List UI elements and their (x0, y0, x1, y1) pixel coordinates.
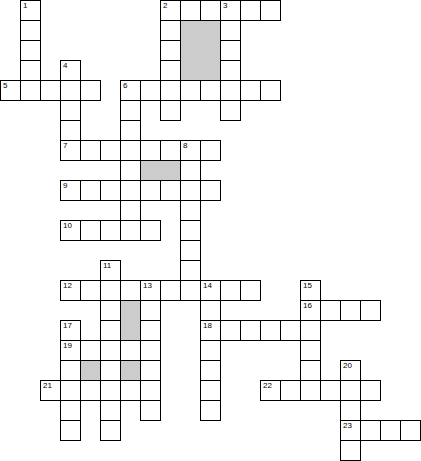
cell[interactable] (60, 340, 81, 361)
cell[interactable] (140, 380, 161, 401)
cell[interactable] (100, 140, 121, 161)
cell[interactable] (120, 380, 141, 401)
cell[interactable] (260, 320, 281, 341)
cell[interactable] (120, 160, 141, 181)
cell[interactable] (160, 40, 181, 61)
cell[interactable] (220, 0, 241, 21)
cell[interactable] (280, 320, 301, 341)
cell[interactable] (60, 400, 81, 421)
cell[interactable] (200, 380, 221, 401)
cell[interactable] (340, 420, 361, 441)
cell[interactable] (100, 180, 121, 201)
cell[interactable] (260, 0, 281, 21)
cell[interactable] (260, 80, 281, 101)
cell[interactable] (100, 320, 121, 341)
cell[interactable] (60, 380, 81, 401)
cell[interactable] (340, 380, 361, 401)
cell[interactable] (60, 80, 81, 101)
cell[interactable] (140, 400, 161, 421)
cell[interactable] (220, 80, 241, 101)
cell[interactable] (120, 200, 141, 221)
cell[interactable] (240, 80, 261, 101)
cell[interactable] (80, 140, 101, 161)
cell[interactable] (200, 140, 221, 161)
cell[interactable] (120, 180, 141, 201)
cell[interactable] (180, 280, 201, 301)
cell[interactable] (80, 340, 101, 361)
cell[interactable] (180, 200, 201, 221)
cell[interactable] (60, 420, 81, 441)
cell[interactable] (140, 180, 161, 201)
cell[interactable] (60, 60, 81, 81)
cell[interactable] (220, 60, 241, 81)
cell[interactable] (160, 20, 181, 41)
cell[interactable] (100, 400, 121, 421)
cell[interactable] (60, 180, 81, 201)
cell[interactable] (60, 280, 81, 301)
shaded-cell (120, 300, 141, 341)
cell[interactable] (180, 180, 201, 201)
cell[interactable] (100, 280, 121, 301)
cell[interactable] (140, 340, 161, 361)
cell[interactable] (400, 420, 421, 441)
cell[interactable] (320, 380, 341, 401)
cell[interactable] (140, 280, 161, 301)
cell[interactable] (220, 320, 241, 341)
cell[interactable] (300, 380, 321, 401)
cell[interactable] (200, 400, 221, 421)
cell[interactable] (160, 100, 181, 121)
cell[interactable] (360, 300, 381, 321)
cell[interactable] (100, 420, 121, 441)
cell[interactable] (160, 280, 181, 301)
cell[interactable] (160, 80, 181, 101)
cell[interactable] (60, 120, 81, 141)
cell[interactable] (320, 300, 341, 321)
cell[interactable] (60, 140, 81, 161)
cell[interactable] (200, 80, 221, 101)
cell[interactable] (380, 420, 401, 441)
cell[interactable] (220, 100, 241, 121)
cell[interactable] (180, 0, 201, 21)
cell[interactable] (200, 280, 221, 301)
shaded-cell (80, 360, 101, 381)
cell[interactable] (160, 140, 181, 161)
cell[interactable] (60, 360, 81, 381)
cell[interactable] (60, 320, 81, 341)
cell[interactable] (120, 280, 141, 301)
cell[interactable] (20, 60, 41, 81)
cell[interactable] (20, 80, 41, 101)
cell[interactable] (20, 20, 41, 41)
cell[interactable] (300, 280, 321, 301)
cell[interactable] (80, 280, 101, 301)
cell[interactable] (220, 20, 241, 41)
cell[interactable] (300, 360, 321, 381)
cell[interactable] (120, 100, 141, 121)
cell[interactable] (40, 80, 61, 101)
shaded-cell (180, 20, 221, 81)
cell[interactable] (340, 440, 361, 461)
cell[interactable] (140, 220, 161, 241)
cell[interactable] (100, 360, 121, 381)
cell[interactable] (360, 380, 381, 401)
cell[interactable] (180, 80, 201, 101)
cell[interactable] (160, 60, 181, 81)
cell[interactable] (200, 320, 221, 341)
cell[interactable] (360, 420, 381, 441)
cell[interactable] (160, 180, 181, 201)
cell[interactable] (180, 240, 201, 261)
cell[interactable] (140, 80, 161, 101)
cell[interactable] (220, 40, 241, 61)
cell[interactable] (80, 220, 101, 241)
cell[interactable] (220, 280, 241, 301)
cell[interactable] (180, 260, 201, 281)
cell[interactable] (20, 0, 41, 21)
cell[interactable] (340, 300, 361, 321)
cell[interactable] (300, 300, 321, 321)
cell[interactable] (140, 300, 161, 321)
cell[interactable] (100, 340, 121, 361)
shaded-cell (140, 160, 181, 181)
cell[interactable] (20, 40, 41, 61)
cell[interactable] (0, 80, 21, 101)
cell[interactable] (340, 360, 361, 381)
cell[interactable] (80, 80, 101, 101)
cell[interactable] (100, 220, 121, 241)
cell[interactable] (200, 180, 221, 201)
cell[interactable] (40, 380, 61, 401)
cell[interactable] (240, 0, 261, 21)
cell[interactable] (120, 340, 141, 361)
cell[interactable] (100, 380, 121, 401)
cell[interactable] (100, 300, 121, 321)
cell[interactable] (120, 140, 141, 161)
cell[interactable] (140, 320, 161, 341)
cell[interactable] (120, 120, 141, 141)
cell[interactable] (280, 380, 301, 401)
cell[interactable] (180, 220, 201, 241)
cell[interactable] (120, 220, 141, 241)
cell[interactable] (180, 160, 201, 181)
cell[interactable] (120, 80, 141, 101)
cell[interactable] (80, 180, 101, 201)
cell[interactable] (300, 320, 321, 341)
cell[interactable] (100, 260, 121, 281)
cell[interactable] (300, 340, 321, 361)
cell[interactable] (240, 320, 261, 341)
shaded-cell (120, 360, 141, 381)
cell[interactable] (200, 0, 221, 21)
cell[interactable] (240, 280, 261, 301)
cell[interactable] (140, 360, 161, 381)
cell[interactable] (260, 380, 281, 401)
cell[interactable] (200, 300, 221, 321)
cell[interactable] (200, 340, 221, 361)
cell[interactable] (140, 140, 161, 161)
cell[interactable] (80, 380, 101, 401)
cell[interactable] (160, 0, 181, 21)
cell[interactable] (60, 100, 81, 121)
crossword-board: 1234567891011121314151617181920212223 (0, 0, 421, 461)
cell[interactable] (200, 360, 221, 381)
cell[interactable] (60, 220, 81, 241)
cell[interactable] (340, 400, 361, 421)
cell[interactable] (180, 140, 201, 161)
